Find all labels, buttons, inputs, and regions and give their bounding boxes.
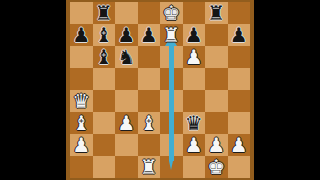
white-pawn-g2[interactable]: ♟ xyxy=(205,134,228,156)
square-g6[interactable] xyxy=(205,46,228,68)
white-pawn-f6[interactable]: ♟ xyxy=(183,46,206,68)
black-queen-f3[interactable]: ♛ xyxy=(183,112,206,134)
square-h8[interactable] xyxy=(228,2,251,24)
square-g8[interactable]: ♜ xyxy=(205,2,228,24)
square-h5[interactable] xyxy=(228,68,251,90)
square-c8[interactable] xyxy=(115,2,138,24)
square-h3[interactable] xyxy=(228,112,251,134)
square-a5[interactable] xyxy=(70,68,93,90)
square-h7[interactable]: ♟ xyxy=(228,24,251,46)
square-f5[interactable] xyxy=(183,68,206,90)
square-f6[interactable]: ♟ xyxy=(183,46,206,68)
white-queen-a4[interactable]: ♛ xyxy=(70,90,93,112)
square-g1[interactable]: ♚ xyxy=(205,156,228,178)
move-arrow-shaft xyxy=(169,44,174,161)
white-bishop-a3[interactable]: ♝ xyxy=(70,112,93,134)
square-f4[interactable] xyxy=(183,90,206,112)
square-b4[interactable] xyxy=(93,90,116,112)
square-c2[interactable] xyxy=(115,134,138,156)
black-pawn-h7[interactable]: ♟ xyxy=(228,24,251,46)
square-a3[interactable]: ♝ xyxy=(70,112,93,134)
white-pawn-c3[interactable]: ♟ xyxy=(115,112,138,134)
white-king-g1[interactable]: ♚ xyxy=(205,156,228,178)
square-f8[interactable] xyxy=(183,2,206,24)
square-c5[interactable] xyxy=(115,68,138,90)
square-c1[interactable] xyxy=(115,156,138,178)
square-b3[interactable] xyxy=(93,112,116,134)
white-bishop-d3[interactable]: ♝ xyxy=(138,112,161,134)
move-arrow-tail xyxy=(169,161,173,170)
white-pawn-f2[interactable]: ♟ xyxy=(183,134,206,156)
square-f2[interactable]: ♟ xyxy=(183,134,206,156)
black-bishop-b6[interactable]: ♝ xyxy=(93,46,116,68)
square-c4[interactable] xyxy=(115,90,138,112)
square-d5[interactable] xyxy=(138,68,161,90)
square-a8[interactable] xyxy=(70,2,93,24)
square-d1[interactable]: ♜ xyxy=(138,156,161,178)
square-h4[interactable] xyxy=(228,90,251,112)
square-d6[interactable] xyxy=(138,46,161,68)
square-d2[interactable] xyxy=(138,134,161,156)
square-b2[interactable] xyxy=(93,134,116,156)
right-letterbox-bar xyxy=(254,0,320,180)
square-c6[interactable]: ♞ xyxy=(115,46,138,68)
white-pawn-h2[interactable]: ♟ xyxy=(228,134,251,156)
white-rook-d1[interactable]: ♜ xyxy=(138,156,161,178)
chess-board[interactable]: ♜♚♜♟♝♟♟♜♟♟♝♞♟♛♝♟♝♛♟♟♟♟♜♚ xyxy=(70,2,250,178)
black-rook-g8[interactable]: ♜ xyxy=(205,2,228,24)
square-f7[interactable]: ♟ xyxy=(183,24,206,46)
square-a6[interactable] xyxy=(70,46,93,68)
square-g7[interactable] xyxy=(205,24,228,46)
square-h2[interactable]: ♟ xyxy=(228,134,251,156)
square-d3[interactable]: ♝ xyxy=(138,112,161,134)
square-e8[interactable]: ♚ xyxy=(160,2,183,24)
square-e7[interactable]: ♜ xyxy=(160,24,183,46)
left-letterbox-bar xyxy=(0,0,66,180)
square-b7[interactable]: ♝ xyxy=(93,24,116,46)
square-b6[interactable]: ♝ xyxy=(93,46,116,68)
square-h6[interactable] xyxy=(228,46,251,68)
black-king-e8[interactable]: ♚ xyxy=(160,2,183,24)
square-a1[interactable] xyxy=(70,156,93,178)
square-f1[interactable] xyxy=(183,156,206,178)
square-f3[interactable]: ♛ xyxy=(183,112,206,134)
square-b5[interactable] xyxy=(93,68,116,90)
black-pawn-f7[interactable]: ♟ xyxy=(183,24,206,46)
chess-board-frame: ♜♚♜♟♝♟♟♜♟♟♝♞♟♛♝♟♝♛♟♟♟♟♜♚ xyxy=(66,0,254,180)
square-b8[interactable]: ♜ xyxy=(93,2,116,24)
square-h1[interactable] xyxy=(228,156,251,178)
square-g4[interactable] xyxy=(205,90,228,112)
black-pawn-a7[interactable]: ♟ xyxy=(70,24,93,46)
square-d8[interactable] xyxy=(138,2,161,24)
white-pawn-a2[interactable]: ♟ xyxy=(70,134,93,156)
square-a4[interactable]: ♛ xyxy=(70,90,93,112)
square-g2[interactable]: ♟ xyxy=(205,134,228,156)
black-rook-b8[interactable]: ♜ xyxy=(93,2,116,24)
black-knight-c6[interactable]: ♞ xyxy=(115,46,138,68)
screenshot-stage: ♜♚♜♟♝♟♟♜♟♟♝♞♟♛♝♟♝♛♟♟♟♟♜♚ xyxy=(0,0,320,180)
black-bishop-b7[interactable]: ♝ xyxy=(93,24,116,46)
square-b1[interactable] xyxy=(93,156,116,178)
square-a2[interactable]: ♟ xyxy=(70,134,93,156)
white-rook-e7[interactable]: ♜ xyxy=(160,24,183,46)
square-d7[interactable]: ♟ xyxy=(138,24,161,46)
square-c3[interactable]: ♟ xyxy=(115,112,138,134)
square-c7[interactable]: ♟ xyxy=(115,24,138,46)
square-g5[interactable] xyxy=(205,68,228,90)
black-pawn-d7[interactable]: ♟ xyxy=(138,24,161,46)
black-pawn-c7[interactable]: ♟ xyxy=(115,24,138,46)
square-d4[interactable] xyxy=(138,90,161,112)
square-g3[interactable] xyxy=(205,112,228,134)
square-a7[interactable]: ♟ xyxy=(70,24,93,46)
